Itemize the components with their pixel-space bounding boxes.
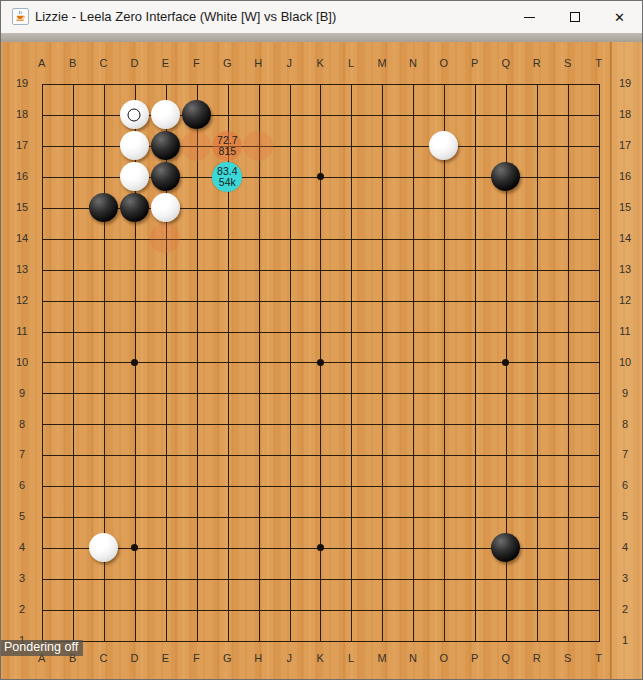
pondering-status: Pondering off [1,640,83,656]
close-button[interactable]: ✕ [597,1,642,33]
row-label: 18 [611,99,639,130]
window-edge-strip [1,33,642,42]
row-labels-right: 19181716151413121110987654321 [611,68,639,656]
black-stone [120,193,149,222]
row-label: 11 [611,316,639,347]
minimize-icon [524,17,535,18]
row-label: 19 [611,68,639,99]
close-icon: ✕ [614,11,625,24]
maximize-button[interactable] [552,1,597,33]
minimize-button[interactable] [507,1,552,33]
row-label: 17 [611,130,639,161]
row-label: 8 [611,409,639,440]
row-label: 5 [611,501,639,532]
row-label: 12 [611,285,639,316]
window-controls: ✕ [507,1,642,33]
candidate-move-suggestion[interactable] [150,223,180,253]
candidate-move-suggestion[interactable] [181,131,211,161]
go-board[interactable]: ABCDEFGHJKLMNOPQRST ABCDEFGHJKLMNOPQRST … [1,42,642,679]
black-stone [151,162,180,191]
stones-layer [26,68,614,656]
maximize-icon [570,12,580,22]
white-stone [429,131,458,160]
row-label: 1 [611,625,639,656]
lizzie-window: Lizzie - Leela Zero Interface (White [W]… [0,0,643,680]
row-label: 13 [611,254,639,285]
candidate-move-suggestion[interactable] [243,131,273,161]
last-move-marker [128,108,141,121]
row-label: 10 [611,347,639,378]
java-icon [12,8,29,25]
window-title: Lizzie - Leela Zero Interface (White [W]… [35,1,336,33]
white-stone [89,533,118,562]
row-label: 15 [611,192,639,223]
white-stone [120,162,149,191]
black-stone [491,533,520,562]
black-stone [182,100,211,129]
black-stone [491,162,520,191]
playouts-value: 815 [219,146,237,157]
row-label: 4 [611,532,639,563]
black-stone [151,131,180,160]
white-stone [151,100,180,129]
black-stone [89,193,118,222]
white-stone [151,193,180,222]
title-bar: Lizzie - Leela Zero Interface (White [W]… [1,1,642,33]
candidate-move-suggestion[interactable]: 72.7815 [212,131,242,161]
white-stone [120,131,149,160]
row-label: 9 [611,378,639,409]
row-label: 6 [611,470,639,501]
best-move-suggestion[interactable]: 83.454k [212,162,242,192]
row-label: 2 [611,594,639,625]
row-label: 7 [611,439,639,470]
white-stone [120,100,149,129]
row-label: 14 [611,223,639,254]
java-coffee-cup-icon [14,10,27,23]
row-label: 3 [611,563,639,594]
row-label: 16 [611,161,639,192]
playouts-value: 54k [219,177,236,188]
